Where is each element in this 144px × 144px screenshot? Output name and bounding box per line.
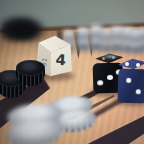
die-front-face-two bbox=[117, 68, 144, 103]
blue-die[interactable] bbox=[117, 58, 144, 103]
die-pip bbox=[136, 88, 141, 93]
silver-checker-stack-far[interactable] bbox=[140, 28, 144, 52]
cube-value: 4 bbox=[51, 46, 72, 74]
die-pip bbox=[125, 62, 129, 66]
die-pip bbox=[136, 63, 140, 67]
checker-face bbox=[16, 60, 45, 76]
backgammon-photo-scene: 32 4 bbox=[0, 0, 144, 144]
die-pip bbox=[107, 75, 113, 80]
black-checker[interactable] bbox=[16, 60, 45, 86]
silver-checker-stack-far[interactable] bbox=[77, 27, 89, 51]
silver-checker-stack-front[interactable] bbox=[4, 99, 68, 144]
die-pip bbox=[98, 80, 104, 85]
blurred-black-checker-stack[interactable] bbox=[8, 23, 36, 37]
die-pip bbox=[125, 78, 130, 83]
